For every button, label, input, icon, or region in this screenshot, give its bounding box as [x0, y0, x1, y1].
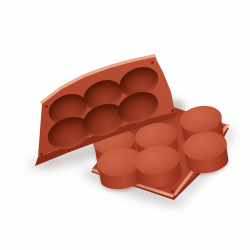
- corner-hole: [151, 61, 154, 64]
- rear-mold: [0, 0, 250, 250]
- product-photo: Two terracotta-coloured six-cavity silic…: [0, 0, 250, 250]
- corner-hole: [45, 105, 48, 108]
- rear-mold-surface: [0, 0, 250, 250]
- corner-hole: [171, 109, 174, 112]
- corner-hole: [40, 153, 43, 156]
